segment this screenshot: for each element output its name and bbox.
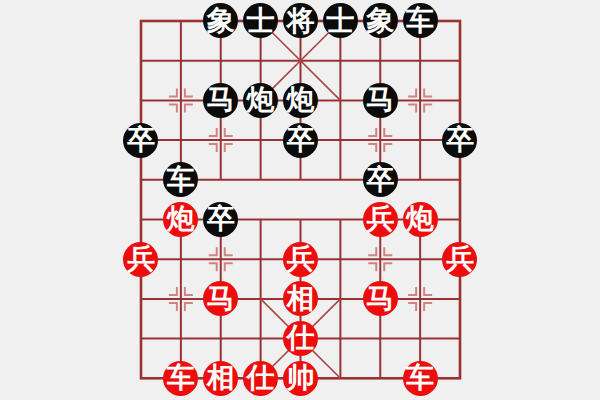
piece-red-bing[interactable]: 兵 — [283, 242, 318, 277]
piece-black-zu[interactable]: 卒 — [203, 202, 238, 237]
piece-red-xiang[interactable]: 相 — [203, 361, 238, 396]
piece-black-shi[interactable]: 士 — [323, 3, 358, 38]
piece-black-ju[interactable]: 车 — [403, 3, 438, 38]
piece-black-shi[interactable]: 士 — [243, 3, 278, 38]
piece-red-ma[interactable]: 马 — [203, 281, 238, 316]
piece-black-ma[interactable]: 马 — [203, 83, 238, 118]
piece-red-ju[interactable]: 车 — [163, 361, 198, 396]
piece-black-zu[interactable]: 卒 — [442, 123, 477, 158]
piece-black-zu[interactable]: 卒 — [283, 123, 318, 158]
piece-red-bing[interactable]: 兵 — [442, 242, 477, 277]
piece-black-zu[interactable]: 卒 — [363, 162, 398, 197]
piece-black-zu[interactable]: 卒 — [123, 123, 158, 158]
piece-red-shi[interactable]: 仕 — [283, 321, 318, 356]
piece-red-shuai[interactable]: 帅 — [283, 361, 318, 396]
piece-black-pao[interactable]: 炮 — [243, 83, 278, 118]
piece-red-xiang[interactable]: 相 — [283, 281, 318, 316]
piece-red-bing[interactable]: 兵 — [123, 242, 158, 277]
piece-black-xiang[interactable]: 象 — [363, 3, 398, 38]
piece-red-pao[interactable]: 炮 — [163, 202, 198, 237]
piece-black-xiang[interactable]: 象 — [203, 3, 238, 38]
piece-red-shi[interactable]: 仕 — [243, 361, 278, 396]
piece-black-jiang[interactable]: 将 — [283, 3, 318, 38]
board-grid: 象士将士象车马炮炮马卒卒卒车卒炮卒兵炮兵兵兵马相马仕车相仕帅车 — [121, 1, 480, 398]
piece-black-ju[interactable]: 车 — [163, 162, 198, 197]
piece-black-pao[interactable]: 炮 — [283, 83, 318, 118]
piece-red-ju[interactable]: 车 — [403, 361, 438, 396]
piece-red-pao[interactable]: 炮 — [403, 202, 438, 237]
xiangqi-board: 象士将士象车马炮炮马卒卒卒车卒炮卒兵炮兵兵兵马相马仕车相仕帅车 — [0, 0, 600, 400]
piece-black-ma[interactable]: 马 — [363, 83, 398, 118]
piece-red-ma[interactable]: 马 — [363, 281, 398, 316]
piece-red-bing[interactable]: 兵 — [363, 202, 398, 237]
